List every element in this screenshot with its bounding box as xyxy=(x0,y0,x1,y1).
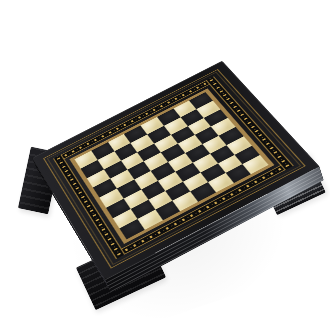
board-square-r5c4 xyxy=(175,163,200,182)
board-square-r6c5 xyxy=(200,163,225,182)
board-square-r6c6 xyxy=(217,154,242,173)
board-square-r7c2 xyxy=(155,201,180,221)
board-square-r5c5 xyxy=(192,154,217,173)
board-square-r5c2 xyxy=(141,181,166,200)
board-square-r6c3 xyxy=(165,181,190,200)
board-square-r5c0 xyxy=(106,199,130,218)
board-square-r6c4 xyxy=(183,172,208,191)
board-square-r7c1 xyxy=(137,210,162,230)
board-square-r5c1 xyxy=(123,190,147,209)
board-square-r6c0 xyxy=(113,209,138,229)
board-square-r5c3 xyxy=(158,172,183,191)
board-square-r7c7 xyxy=(243,155,269,174)
board-square-r7c6 xyxy=(225,164,251,183)
board-square-r4c1 xyxy=(117,180,141,199)
board-square-r6c7 xyxy=(235,146,260,165)
board-square-r5c6 xyxy=(210,145,235,163)
board-square-r7c5 xyxy=(208,173,234,192)
board-square-r7c3 xyxy=(173,192,198,212)
board-square-r5c7 xyxy=(227,136,252,154)
board-square-r4c0 xyxy=(99,189,123,208)
board-square-r7c0 xyxy=(120,219,145,239)
board-square-r6c1 xyxy=(130,200,155,220)
board-square-r6c2 xyxy=(148,191,173,210)
board-square-r7c4 xyxy=(190,182,215,201)
chess-board-product-photo xyxy=(0,0,330,330)
